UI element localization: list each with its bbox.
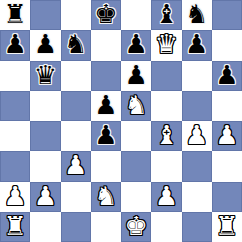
black-knight[interactable]: ♞ xyxy=(64,31,87,57)
black-pawn[interactable]: ♟ xyxy=(3,31,26,57)
white-queen[interactable]: ♛ xyxy=(155,31,178,57)
black-king[interactable]: ♚ xyxy=(94,1,117,27)
square-b6[interactable]: ♛ xyxy=(30,61,60,91)
square-g3[interactable] xyxy=(182,151,212,181)
square-f1[interactable] xyxy=(151,212,181,242)
black-pawn[interactable]: ♟ xyxy=(185,31,208,57)
white-knight[interactable]: ♞ xyxy=(124,92,147,118)
square-g7[interactable]: ♟ xyxy=(182,30,212,60)
square-g5[interactable] xyxy=(182,91,212,121)
square-c6[interactable] xyxy=(61,61,91,91)
white-bishop[interactable]: ♝ xyxy=(155,122,178,148)
square-d4[interactable]: ♟ xyxy=(91,121,121,151)
square-g8[interactable]: ♞ xyxy=(182,0,212,30)
square-e1[interactable]: ♚ xyxy=(121,212,151,242)
square-e4[interactable] xyxy=(121,121,151,151)
square-e8[interactable] xyxy=(121,0,151,30)
square-f7[interactable]: ♛ xyxy=(151,30,181,60)
square-b5[interactable] xyxy=(30,91,60,121)
square-e6[interactable]: ♟ xyxy=(121,61,151,91)
white-pawn[interactable]: ♟ xyxy=(155,183,178,209)
chess-board: ♜♚♝♞♟♟♞♟♛♟♛♟♟♟♞♟♝♟♟♟♟♟♞♟♜♚♜ xyxy=(0,0,242,242)
square-b3[interactable] xyxy=(30,151,60,181)
black-pawn[interactable]: ♟ xyxy=(34,31,57,57)
square-f5[interactable] xyxy=(151,91,181,121)
white-king[interactable]: ♚ xyxy=(124,213,147,239)
square-d3[interactable] xyxy=(91,151,121,181)
square-d1[interactable] xyxy=(91,212,121,242)
square-c1[interactable] xyxy=(61,212,91,242)
square-d7[interactable] xyxy=(91,30,121,60)
square-e7[interactable]: ♟ xyxy=(121,30,151,60)
black-pawn[interactable]: ♟ xyxy=(94,122,117,148)
square-h7[interactable] xyxy=(212,30,242,60)
black-pawn[interactable]: ♟ xyxy=(124,62,147,88)
square-c7[interactable]: ♞ xyxy=(61,30,91,60)
square-a2[interactable]: ♟ xyxy=(0,182,30,212)
white-pawn[interactable]: ♟ xyxy=(185,122,208,148)
square-f4[interactable]: ♝ xyxy=(151,121,181,151)
square-d5[interactable]: ♟ xyxy=(91,91,121,121)
square-a3[interactable] xyxy=(0,151,30,181)
square-c5[interactable] xyxy=(61,91,91,121)
square-h4[interactable]: ♟ xyxy=(212,121,242,151)
square-f2[interactable]: ♟ xyxy=(151,182,181,212)
square-d2[interactable]: ♞ xyxy=(91,182,121,212)
square-f3[interactable] xyxy=(151,151,181,181)
black-queen[interactable]: ♛ xyxy=(34,62,57,88)
square-h5[interactable] xyxy=(212,91,242,121)
square-g1[interactable] xyxy=(182,212,212,242)
square-b1[interactable] xyxy=(30,212,60,242)
square-h6[interactable]: ♟ xyxy=(212,61,242,91)
white-pawn[interactable]: ♟ xyxy=(215,122,238,148)
white-pawn[interactable]: ♟ xyxy=(34,183,57,209)
square-f8[interactable]: ♝ xyxy=(151,0,181,30)
square-g4[interactable]: ♟ xyxy=(182,121,212,151)
black-bishop[interactable]: ♝ xyxy=(155,1,178,27)
square-b2[interactable]: ♟ xyxy=(30,182,60,212)
square-g2[interactable] xyxy=(182,182,212,212)
white-pawn[interactable]: ♟ xyxy=(64,152,87,178)
square-a4[interactable] xyxy=(0,121,30,151)
square-a5[interactable] xyxy=(0,91,30,121)
square-b4[interactable] xyxy=(30,121,60,151)
square-a6[interactable] xyxy=(0,61,30,91)
square-h8[interactable] xyxy=(212,0,242,30)
square-c8[interactable] xyxy=(61,0,91,30)
square-d8[interactable]: ♚ xyxy=(91,0,121,30)
square-g6[interactable] xyxy=(182,61,212,91)
square-e3[interactable] xyxy=(121,151,151,181)
square-c3[interactable]: ♟ xyxy=(61,151,91,181)
square-e2[interactable] xyxy=(121,182,151,212)
square-f6[interactable] xyxy=(151,61,181,91)
black-rook[interactable]: ♜ xyxy=(3,1,26,27)
white-pawn[interactable]: ♟ xyxy=(3,183,26,209)
black-pawn[interactable]: ♟ xyxy=(94,92,117,118)
square-h1[interactable]: ♜ xyxy=(212,212,242,242)
square-h3[interactable] xyxy=(212,151,242,181)
square-d6[interactable] xyxy=(91,61,121,91)
white-knight[interactable]: ♞ xyxy=(94,183,117,209)
black-knight[interactable]: ♞ xyxy=(185,1,208,27)
square-a7[interactable]: ♟ xyxy=(0,30,30,60)
black-pawn[interactable]: ♟ xyxy=(124,31,147,57)
square-b7[interactable]: ♟ xyxy=(30,30,60,60)
white-rook[interactable]: ♜ xyxy=(215,213,238,239)
square-a1[interactable]: ♜ xyxy=(0,212,30,242)
white-rook[interactable]: ♜ xyxy=(3,213,26,239)
square-e5[interactable]: ♞ xyxy=(121,91,151,121)
square-c4[interactable] xyxy=(61,121,91,151)
square-h2[interactable] xyxy=(212,182,242,212)
black-pawn[interactable]: ♟ xyxy=(215,62,238,88)
square-b8[interactable] xyxy=(30,0,60,30)
square-c2[interactable] xyxy=(61,182,91,212)
square-a8[interactable]: ♜ xyxy=(0,0,30,30)
